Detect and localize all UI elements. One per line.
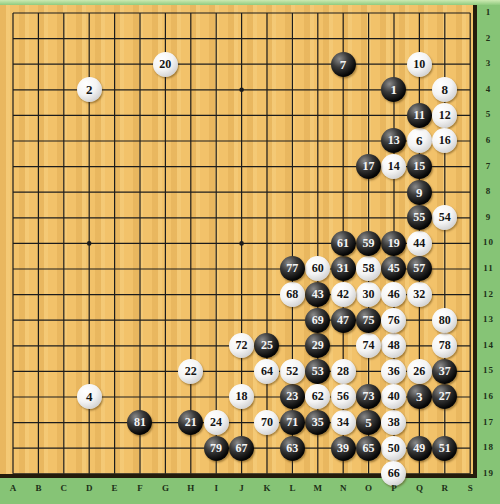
stone-white-74: 74 xyxy=(356,333,381,358)
stone-black-15: 15 xyxy=(407,154,432,179)
stone-white-8: 8 xyxy=(432,77,457,102)
stone-white-48: 48 xyxy=(381,333,406,358)
stone-white-50: 50 xyxy=(381,436,406,461)
column-label-L: L xyxy=(284,483,300,493)
stone-black-37: 37 xyxy=(432,359,457,384)
column-label-A: A xyxy=(5,483,21,493)
stone-white-18: 18 xyxy=(229,384,254,409)
column-label-J: J xyxy=(234,483,250,493)
row-label-9: 9 xyxy=(477,212,500,222)
stone-white-72: 72 xyxy=(229,333,254,358)
row-label-12: 12 xyxy=(477,289,500,299)
column-label-C: C xyxy=(56,483,72,493)
stone-black-69: 69 xyxy=(305,308,330,333)
stone-white-56: 56 xyxy=(331,384,356,409)
stone-black-43: 43 xyxy=(305,282,330,307)
row-label-19: 19 xyxy=(477,468,500,478)
column-label-H: H xyxy=(183,483,199,493)
stone-white-30: 30 xyxy=(356,282,381,307)
stone-black-23: 23 xyxy=(280,384,305,409)
column-label-B: B xyxy=(30,483,46,493)
row-label-14: 14 xyxy=(477,340,500,350)
stone-black-9: 9 xyxy=(407,180,432,205)
column-label-I: I xyxy=(208,483,224,493)
column-label-M: M xyxy=(310,483,326,493)
stone-white-80: 80 xyxy=(432,308,457,333)
column-label-S: S xyxy=(462,483,478,493)
stone-white-6: 6 xyxy=(407,128,432,153)
row-label-6: 6 xyxy=(477,135,500,145)
stone-black-25: 25 xyxy=(254,333,279,358)
stone-black-3: 3 xyxy=(407,384,432,409)
column-coordinate-labels: ABCDEFGHIJKLMNOPQRS xyxy=(0,478,500,504)
stone-black-29: 29 xyxy=(305,333,330,358)
stone-black-51: 51 xyxy=(432,436,457,461)
stone-black-79: 79 xyxy=(204,436,229,461)
stone-white-34: 34 xyxy=(331,410,356,435)
stone-white-10: 10 xyxy=(407,52,432,77)
stone-white-42: 42 xyxy=(331,282,356,307)
column-label-N: N xyxy=(335,483,351,493)
stone-white-40: 40 xyxy=(381,384,406,409)
stone-black-31: 31 xyxy=(331,256,356,281)
stone-black-67: 67 xyxy=(229,436,254,461)
stone-black-65: 65 xyxy=(356,436,381,461)
row-label-11: 11 xyxy=(477,263,500,273)
stone-white-38: 38 xyxy=(381,410,406,435)
row-label-10: 10 xyxy=(477,237,500,247)
row-label-16: 16 xyxy=(477,391,500,401)
go-kifu-screenshot: 1234567891011121314151617181920212223242… xyxy=(0,0,500,504)
row-label-1: 1 xyxy=(477,7,500,17)
stone-black-59: 59 xyxy=(356,231,381,256)
stone-black-1: 1 xyxy=(381,77,406,102)
stone-white-54: 54 xyxy=(432,205,457,230)
row-label-18: 18 xyxy=(477,442,500,452)
stone-black-27: 27 xyxy=(432,384,457,409)
stone-white-58: 58 xyxy=(356,256,381,281)
stone-white-44: 44 xyxy=(407,231,432,256)
column-label-O: O xyxy=(361,483,377,493)
stone-white-60: 60 xyxy=(305,256,330,281)
stone-white-62: 62 xyxy=(305,384,330,409)
stone-black-7: 7 xyxy=(331,52,356,77)
row-label-7: 7 xyxy=(477,161,500,171)
stone-white-68: 68 xyxy=(280,282,305,307)
stone-black-17: 17 xyxy=(356,154,381,179)
stone-white-4: 4 xyxy=(77,384,102,409)
row-label-2: 2 xyxy=(477,33,500,43)
row-label-5: 5 xyxy=(477,109,500,119)
stone-white-12: 12 xyxy=(432,103,457,128)
column-label-E: E xyxy=(107,483,123,493)
stone-black-5: 5 xyxy=(356,410,381,435)
stone-white-64: 64 xyxy=(254,359,279,384)
row-label-15: 15 xyxy=(477,365,500,375)
stone-black-13: 13 xyxy=(381,128,406,153)
stone-white-16: 16 xyxy=(432,128,457,153)
stone-black-81: 81 xyxy=(127,410,152,435)
stone-white-28: 28 xyxy=(331,359,356,384)
stone-black-35: 35 xyxy=(305,410,330,435)
row-label-17: 17 xyxy=(477,417,500,427)
stone-white-14: 14 xyxy=(381,154,406,179)
stones-layer: 1234567891011121314151617181920212223242… xyxy=(0,0,482,486)
stone-white-26: 26 xyxy=(407,359,432,384)
go-board[interactable]: 1234567891011121314151617181920212223242… xyxy=(0,5,477,478)
column-label-G: G xyxy=(157,483,173,493)
stone-black-61: 61 xyxy=(331,231,356,256)
column-label-F: F xyxy=(132,483,148,493)
stone-black-19: 19 xyxy=(381,231,406,256)
stone-white-76: 76 xyxy=(381,308,406,333)
stone-white-24: 24 xyxy=(204,410,229,435)
row-label-13: 13 xyxy=(477,314,500,324)
stone-white-2: 2 xyxy=(77,77,102,102)
column-label-D: D xyxy=(81,483,97,493)
stone-black-73: 73 xyxy=(356,384,381,409)
stone-white-20: 20 xyxy=(153,52,178,77)
stone-black-45: 45 xyxy=(381,256,406,281)
stone-black-21: 21 xyxy=(178,410,203,435)
stone-black-75: 75 xyxy=(356,308,381,333)
stone-white-70: 70 xyxy=(254,410,279,435)
stone-black-71: 71 xyxy=(280,410,305,435)
stone-black-77: 77 xyxy=(280,256,305,281)
stone-black-39: 39 xyxy=(331,436,356,461)
stone-white-32: 32 xyxy=(407,282,432,307)
stone-white-36: 36 xyxy=(381,359,406,384)
stone-black-11: 11 xyxy=(407,103,432,128)
stone-black-47: 47 xyxy=(331,308,356,333)
column-label-Q: Q xyxy=(411,483,427,493)
row-label-3: 3 xyxy=(477,58,500,68)
stone-white-46: 46 xyxy=(381,282,406,307)
row-label-4: 4 xyxy=(477,84,500,94)
stone-white-22: 22 xyxy=(178,359,203,384)
stone-black-63: 63 xyxy=(280,436,305,461)
column-label-R: R xyxy=(437,483,453,493)
stone-black-57: 57 xyxy=(407,256,432,281)
stone-black-53: 53 xyxy=(305,359,330,384)
stone-black-49: 49 xyxy=(407,436,432,461)
row-label-8: 8 xyxy=(477,186,500,196)
stone-black-55: 55 xyxy=(407,205,432,230)
row-coordinate-labels: 12345678910111213141516171819 xyxy=(477,5,500,477)
stone-white-52: 52 xyxy=(280,359,305,384)
column-label-P: P xyxy=(386,483,402,493)
stone-white-78: 78 xyxy=(432,333,457,358)
column-label-K: K xyxy=(259,483,275,493)
